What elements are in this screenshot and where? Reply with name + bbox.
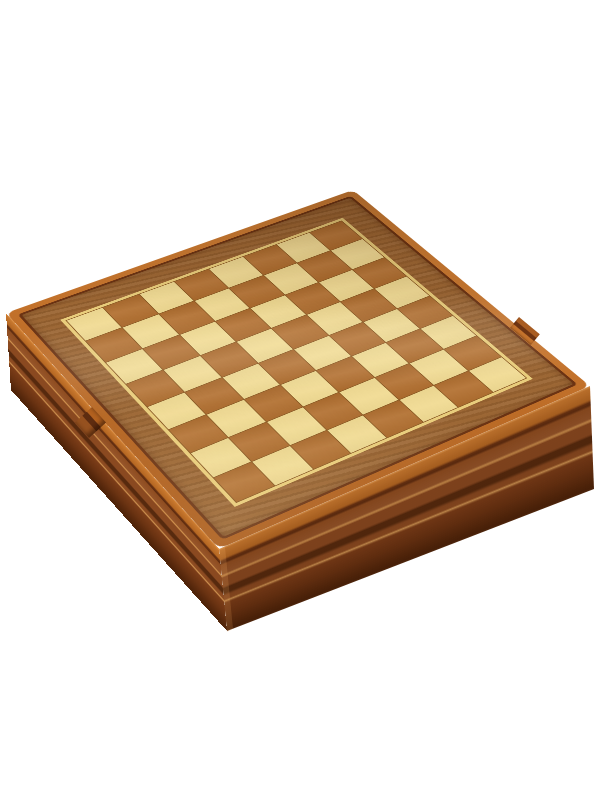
product-photo <box>0 0 600 800</box>
